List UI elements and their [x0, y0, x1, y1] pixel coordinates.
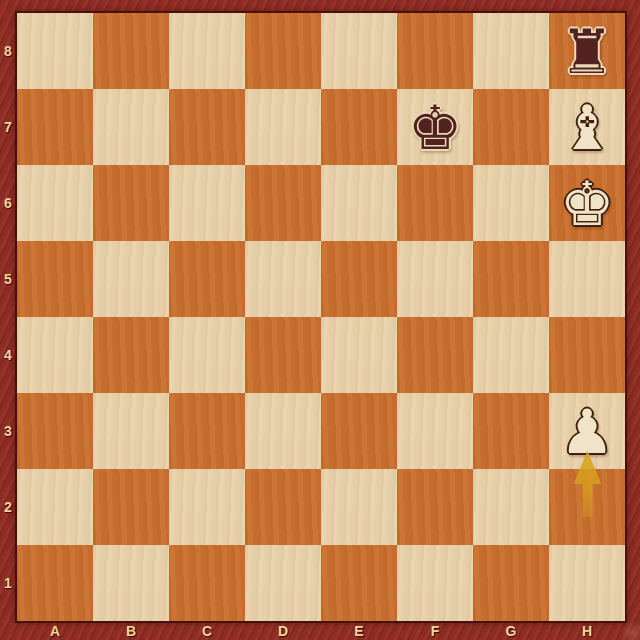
- square-d6[interactable]: [245, 165, 321, 241]
- square-d2[interactable]: [245, 469, 321, 545]
- square-g4[interactable]: [473, 317, 549, 393]
- square-e4[interactable]: [321, 317, 397, 393]
- file-label-b: B: [93, 622, 169, 640]
- square-f2[interactable]: [397, 469, 473, 545]
- file-label-g: G: [473, 622, 549, 640]
- square-b3[interactable]: [93, 393, 169, 469]
- square-c5[interactable]: [169, 241, 245, 317]
- file-label-a: A: [17, 622, 93, 640]
- rank-label-5: 5: [0, 241, 16, 317]
- square-a6[interactable]: [17, 165, 93, 241]
- square-h5[interactable]: [549, 241, 625, 317]
- file-label-f: F: [397, 622, 473, 640]
- square-h6[interactable]: ♚: [549, 165, 625, 241]
- square-a7[interactable]: [17, 89, 93, 165]
- square-b4[interactable]: [93, 317, 169, 393]
- square-d5[interactable]: [245, 241, 321, 317]
- square-g5[interactable]: [473, 241, 549, 317]
- piece-white-bishop[interactable]: ♝: [549, 89, 625, 165]
- square-f4[interactable]: [397, 317, 473, 393]
- rank-label-2: 2: [0, 469, 16, 545]
- file-label-e: E: [321, 622, 397, 640]
- board-frame: ♜♚♝♚♟: [15, 11, 627, 623]
- square-b1[interactable]: [93, 545, 169, 621]
- square-c2[interactable]: [169, 469, 245, 545]
- square-h7[interactable]: ♝: [549, 89, 625, 165]
- square-f3[interactable]: [397, 393, 473, 469]
- square-h4[interactable]: [549, 317, 625, 393]
- square-a1[interactable]: [17, 545, 93, 621]
- square-a8[interactable]: [17, 13, 93, 89]
- chess-board-app: ♜♚♝♚♟ 8 7 6 5 4 3 2 1 A B C D E F G H: [0, 0, 640, 640]
- piece-white-king[interactable]: ♚: [549, 165, 625, 241]
- square-a3[interactable]: [17, 393, 93, 469]
- square-d4[interactable]: [245, 317, 321, 393]
- square-f7[interactable]: ♚: [397, 89, 473, 165]
- square-c6[interactable]: [169, 165, 245, 241]
- piece-white-pawn[interactable]: ♟: [549, 393, 625, 469]
- square-f8[interactable]: [397, 13, 473, 89]
- board: ♜♚♝♚♟: [17, 13, 625, 621]
- square-h8[interactable]: ♜: [549, 13, 625, 89]
- square-e5[interactable]: [321, 241, 397, 317]
- rank-label-3: 3: [0, 393, 16, 469]
- square-h2[interactable]: [549, 469, 625, 545]
- square-f5[interactable]: [397, 241, 473, 317]
- rank-label-8: 8: [0, 13, 16, 89]
- square-d3[interactable]: [245, 393, 321, 469]
- rank-labels: 8 7 6 5 4 3 2 1: [0, 13, 16, 621]
- square-e8[interactable]: [321, 13, 397, 89]
- rank-label-7: 7: [0, 89, 16, 165]
- square-g1[interactable]: [473, 545, 549, 621]
- square-b8[interactable]: [93, 13, 169, 89]
- file-label-c: C: [169, 622, 245, 640]
- square-g3[interactable]: [473, 393, 549, 469]
- square-f1[interactable]: [397, 545, 473, 621]
- file-labels: A B C D E F G H: [17, 622, 625, 640]
- piece-black-king[interactable]: ♚: [397, 89, 473, 165]
- square-e6[interactable]: [321, 165, 397, 241]
- square-e1[interactable]: [321, 545, 397, 621]
- square-d1[interactable]: [245, 545, 321, 621]
- square-b5[interactable]: [93, 241, 169, 317]
- square-g2[interactable]: [473, 469, 549, 545]
- square-g8[interactable]: [473, 13, 549, 89]
- square-e2[interactable]: [321, 469, 397, 545]
- square-b2[interactable]: [93, 469, 169, 545]
- square-e7[interactable]: [321, 89, 397, 165]
- square-a2[interactable]: [17, 469, 93, 545]
- square-h1[interactable]: [549, 545, 625, 621]
- square-b7[interactable]: [93, 89, 169, 165]
- square-c8[interactable]: [169, 13, 245, 89]
- piece-black-rook[interactable]: ♜: [549, 13, 625, 89]
- square-c3[interactable]: [169, 393, 245, 469]
- square-b6[interactable]: [93, 165, 169, 241]
- square-g6[interactable]: [473, 165, 549, 241]
- rank-label-4: 4: [0, 317, 16, 393]
- rank-label-1: 1: [0, 545, 16, 621]
- square-c7[interactable]: [169, 89, 245, 165]
- square-d8[interactable]: [245, 13, 321, 89]
- square-h3[interactable]: ♟: [549, 393, 625, 469]
- rank-label-6: 6: [0, 165, 16, 241]
- square-a4[interactable]: [17, 317, 93, 393]
- square-c4[interactable]: [169, 317, 245, 393]
- square-e3[interactable]: [321, 393, 397, 469]
- square-c1[interactable]: [169, 545, 245, 621]
- square-g7[interactable]: [473, 89, 549, 165]
- file-label-d: D: [245, 622, 321, 640]
- square-a5[interactable]: [17, 241, 93, 317]
- file-label-h: H: [549, 622, 625, 640]
- square-d7[interactable]: [245, 89, 321, 165]
- square-f6[interactable]: [397, 165, 473, 241]
